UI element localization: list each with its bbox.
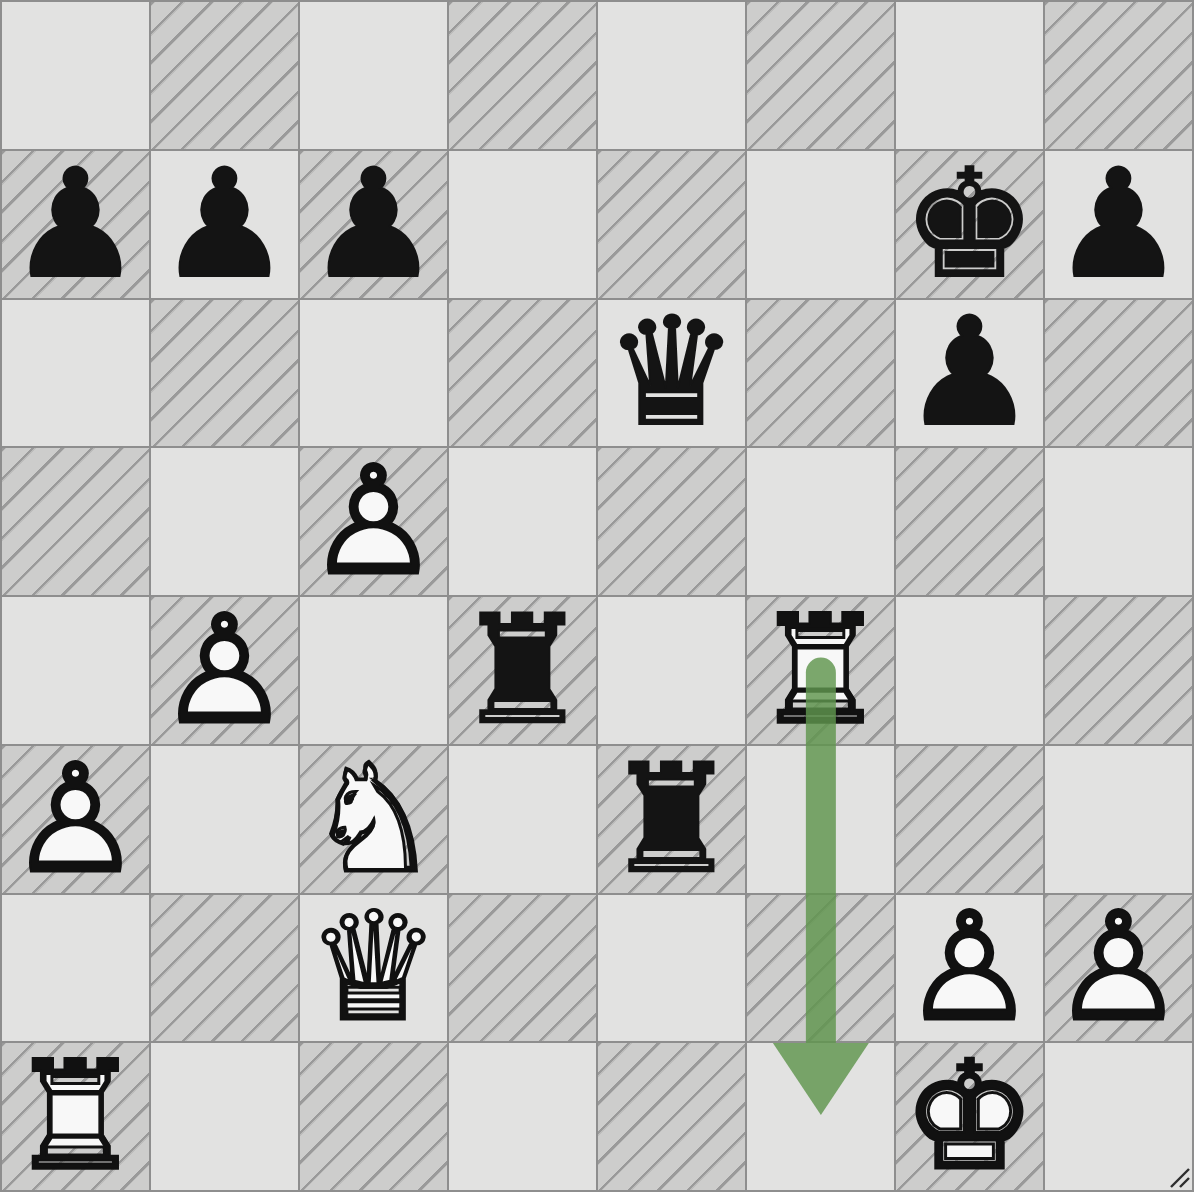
black-pawn[interactable]: ♟ <box>151 151 298 298</box>
square-f7[interactable] <box>746 150 895 299</box>
white-knight[interactable]: ♞♘ <box>300 746 447 893</box>
square-a3[interactable]: ♟♙ <box>1 745 150 894</box>
square-h5[interactable] <box>1044 447 1193 596</box>
black-rook[interactable]: ♜ <box>598 746 745 893</box>
white-pawn[interactable]: ♟♙ <box>151 597 298 744</box>
square-h6[interactable] <box>1044 299 1193 448</box>
square-h7[interactable]: ♟ <box>1044 150 1193 299</box>
black-pawn-glyph: ♟ <box>300 151 447 298</box>
square-h3[interactable] <box>1044 745 1193 894</box>
square-c1[interactable] <box>299 1042 448 1191</box>
white-knight-outline-glyph: ♘ <box>300 746 447 893</box>
square-c3[interactable]: ♞♘ <box>299 745 448 894</box>
square-h2[interactable]: ♟♙ <box>1044 894 1193 1043</box>
white-rook[interactable]: ♜♖ <box>2 1043 149 1190</box>
black-pawn-glyph: ♟ <box>1045 151 1192 298</box>
black-pawn-glyph: ♟ <box>151 151 298 298</box>
square-c7[interactable]: ♟ <box>299 150 448 299</box>
white-pawn-outline-glyph: ♙ <box>300 448 447 595</box>
white-pawn-outline-glyph: ♙ <box>1045 895 1192 1042</box>
square-f1[interactable] <box>746 1042 895 1191</box>
square-d4[interactable]: ♜ <box>448 596 597 745</box>
square-h8[interactable] <box>1044 1 1193 150</box>
black-pawn-glyph: ♟ <box>896 300 1043 447</box>
white-rook-outline-glyph: ♖ <box>2 1043 149 1190</box>
square-b2[interactable] <box>150 894 299 1043</box>
square-g3[interactable] <box>895 745 1044 894</box>
square-b5[interactable] <box>150 447 299 596</box>
square-e7[interactable] <box>597 150 746 299</box>
black-pawn-glyph: ♟ <box>2 151 149 298</box>
white-pawn-outline-glyph: ♙ <box>2 746 149 893</box>
black-rook-glyph: ♜ <box>598 746 745 893</box>
black-pawn[interactable]: ♟ <box>300 151 447 298</box>
square-g5[interactable] <box>895 447 1044 596</box>
white-king-outline-glyph: ♔ <box>896 1043 1043 1190</box>
white-rook-outline-glyph: ♖ <box>747 597 894 744</box>
resize-grip-icon[interactable] <box>1164 1162 1192 1190</box>
square-g7[interactable]: ♚ <box>895 150 1044 299</box>
black-king[interactable]: ♚ <box>896 151 1043 298</box>
square-d1[interactable] <box>448 1042 597 1191</box>
square-e6[interactable]: ♛ <box>597 299 746 448</box>
square-d2[interactable] <box>448 894 597 1043</box>
square-d8[interactable] <box>448 1 597 150</box>
square-c2[interactable]: ♛♕ <box>299 894 448 1043</box>
white-king[interactable]: ♚♔ <box>896 1043 1043 1190</box>
square-c6[interactable] <box>299 299 448 448</box>
square-b8[interactable] <box>150 1 299 150</box>
square-f6[interactable] <box>746 299 895 448</box>
square-a5[interactable] <box>1 447 150 596</box>
square-c4[interactable] <box>299 596 448 745</box>
white-pawn[interactable]: ♟♙ <box>1045 895 1192 1042</box>
square-f8[interactable] <box>746 1 895 150</box>
white-pawn[interactable]: ♟♙ <box>896 895 1043 1042</box>
square-d6[interactable] <box>448 299 597 448</box>
black-rook[interactable]: ♜ <box>449 597 596 744</box>
square-a6[interactable] <box>1 299 150 448</box>
square-d5[interactable] <box>448 447 597 596</box>
square-a8[interactable] <box>1 1 150 150</box>
square-e5[interactable] <box>597 447 746 596</box>
square-g6[interactable]: ♟ <box>895 299 1044 448</box>
square-f5[interactable] <box>746 447 895 596</box>
square-e8[interactable] <box>597 1 746 150</box>
square-c5[interactable]: ♟♙ <box>299 447 448 596</box>
square-b4[interactable]: ♟♙ <box>150 596 299 745</box>
square-f2[interactable] <box>746 894 895 1043</box>
black-pawn[interactable]: ♟ <box>1045 151 1192 298</box>
square-b3[interactable] <box>150 745 299 894</box>
white-pawn[interactable]: ♟♙ <box>2 746 149 893</box>
black-queen[interactable]: ♛ <box>598 300 745 447</box>
square-a2[interactable] <box>1 894 150 1043</box>
black-king-glyph: ♚ <box>896 151 1043 298</box>
square-a4[interactable] <box>1 596 150 745</box>
square-g1[interactable]: ♚♔ <box>895 1042 1044 1191</box>
white-pawn-outline-glyph: ♙ <box>151 597 298 744</box>
square-d3[interactable] <box>448 745 597 894</box>
square-b6[interactable] <box>150 299 299 448</box>
square-a7[interactable]: ♟ <box>1 150 150 299</box>
square-d7[interactable] <box>448 150 597 299</box>
black-queen-glyph: ♛ <box>598 300 745 447</box>
square-f3[interactable] <box>746 745 895 894</box>
square-e1[interactable] <box>597 1042 746 1191</box>
square-e4[interactable] <box>597 596 746 745</box>
square-e2[interactable] <box>597 894 746 1043</box>
square-c8[interactable] <box>299 1 448 150</box>
black-pawn[interactable]: ♟ <box>896 300 1043 447</box>
square-f4[interactable]: ♜♖ <box>746 596 895 745</box>
white-queen-outline-glyph: ♕ <box>300 895 447 1042</box>
square-a1[interactable]: ♜♖ <box>1 1042 150 1191</box>
square-b7[interactable]: ♟ <box>150 150 299 299</box>
chess-board: ♟♟♟♚♟♛♟♟♙♟♙♜♜♖♟♙♞♘♜♛♕♟♙♟♙♜♖♚♔ <box>0 0 1194 1192</box>
white-rook[interactable]: ♜♖ <box>747 597 894 744</box>
square-g8[interactable] <box>895 1 1044 150</box>
white-queen[interactable]: ♛♕ <box>300 895 447 1042</box>
black-rook-glyph: ♜ <box>449 597 596 744</box>
chess-board-wrap: ♟♟♟♚♟♛♟♟♙♟♙♜♜♖♟♙♞♘♜♛♕♟♙♟♙♜♖♚♔ <box>0 0 1194 1192</box>
black-pawn[interactable]: ♟ <box>2 151 149 298</box>
white-pawn-outline-glyph: ♙ <box>896 895 1043 1042</box>
white-pawn[interactable]: ♟♙ <box>300 448 447 595</box>
square-e3[interactable]: ♜ <box>597 745 746 894</box>
square-b1[interactable] <box>150 1042 299 1191</box>
square-g2[interactable]: ♟♙ <box>895 894 1044 1043</box>
square-g4[interactable] <box>895 596 1044 745</box>
square-h4[interactable] <box>1044 596 1193 745</box>
